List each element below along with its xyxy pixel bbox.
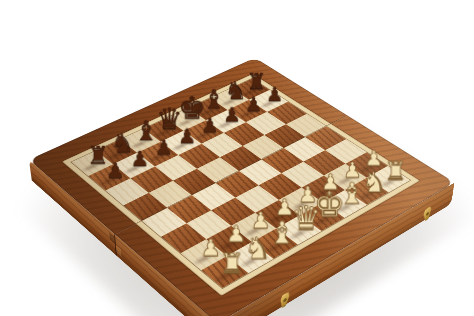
piece-black-pawn[interactable]: ♟ xyxy=(178,127,196,147)
piece-black-pawn[interactable]: ♟ xyxy=(201,116,219,136)
piece-white-rook[interactable]: ♜ xyxy=(384,158,407,183)
piece-white-bishop[interactable]: ♝ xyxy=(268,218,295,248)
piece-black-pawn[interactable]: ♟ xyxy=(155,138,174,159)
square-d4[interactable] xyxy=(216,171,259,198)
piece-black-pawn[interactable]: ♟ xyxy=(130,149,149,170)
piece-black-pawn[interactable]: ♟ xyxy=(106,161,125,182)
scene: ♜♞♝♛♚♝♞♜♟♟♟♟♟♟♟♟♟♟♟♟♟♟♟♟♜♞♝♛♚♝♞♜ xyxy=(0,0,474,316)
piece-black-pawn[interactable]: ♟ xyxy=(223,105,241,125)
piece-white-pawn[interactable]: ♟ xyxy=(200,237,221,260)
finger-joint xyxy=(109,232,115,244)
piece-white-knight[interactable]: ♞ xyxy=(244,233,271,263)
piece-black-rook[interactable]: ♜ xyxy=(246,70,266,93)
piece-white-knight[interactable]: ♞ xyxy=(362,168,387,196)
piece-white-rook[interactable]: ♜ xyxy=(219,250,244,278)
board-box: ♜♞♝♛♚♝♞♜♟♟♟♟♟♟♟♟♟♟♟♟♟♟♟♟♜♞♝♛♚♝♞♜ xyxy=(29,58,455,316)
piece-black-pawn[interactable]: ♟ xyxy=(245,95,263,115)
piece-black-pawn[interactable]: ♟ xyxy=(266,85,283,104)
chessboard-photo: ♜♞♝♛♚♝♞♜♟♟♟♟♟♟♟♟♟♟♟♟♟♟♟♟♜♞♝♛♚♝♞♜ xyxy=(0,0,474,316)
piece-black-knight[interactable]: ♞ xyxy=(224,78,246,103)
